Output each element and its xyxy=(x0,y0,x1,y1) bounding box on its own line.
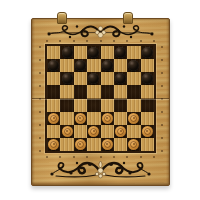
dark-square[interactable] xyxy=(60,125,73,138)
light-square[interactable] xyxy=(127,99,140,112)
dark-square[interactable] xyxy=(74,138,87,151)
dark-square[interactable] xyxy=(87,125,100,138)
frame-inlay-dot xyxy=(46,156,48,158)
dark-square[interactable] xyxy=(87,72,100,85)
dark-piece[interactable] xyxy=(48,60,59,71)
dark-square[interactable] xyxy=(87,46,100,59)
light-square[interactable] xyxy=(101,99,114,112)
dark-square[interactable] xyxy=(114,46,127,59)
dark-square[interactable] xyxy=(114,72,127,85)
light-square[interactable] xyxy=(74,125,87,138)
frame-inlay-dot xyxy=(39,72,41,74)
dark-piece[interactable] xyxy=(75,60,86,71)
light-piece[interactable] xyxy=(128,113,139,124)
frame-inlay-dot xyxy=(100,40,102,42)
dark-square[interactable] xyxy=(101,138,114,151)
dark-square[interactable] xyxy=(74,85,87,98)
light-square[interactable] xyxy=(47,99,60,112)
dark-piece[interactable] xyxy=(142,73,153,84)
light-piece[interactable] xyxy=(102,113,113,124)
dark-piece[interactable] xyxy=(102,60,113,71)
frame-inlay-dot xyxy=(161,124,163,126)
light-square[interactable] xyxy=(87,85,100,98)
dark-piece[interactable] xyxy=(115,47,126,58)
light-square[interactable] xyxy=(141,85,154,98)
light-square[interactable] xyxy=(47,46,60,59)
frame-inlay-dot xyxy=(161,46,163,48)
frame-inlay-dot xyxy=(39,85,41,87)
frame-inlay-dot xyxy=(161,59,163,61)
dark-square[interactable] xyxy=(114,99,127,112)
frame-inlay-dot xyxy=(39,111,41,113)
frame-inlay-dot xyxy=(153,156,155,158)
frame-inlay-dot xyxy=(161,150,163,152)
dark-square[interactable] xyxy=(60,99,73,112)
dark-piece[interactable] xyxy=(88,47,99,58)
light-piece[interactable] xyxy=(48,113,59,124)
frame-inlay-dot xyxy=(73,156,75,158)
dark-square[interactable] xyxy=(141,46,154,59)
light-piece[interactable] xyxy=(142,126,153,137)
light-square[interactable] xyxy=(114,138,127,151)
frame-inlay-dot xyxy=(39,59,41,61)
light-square[interactable] xyxy=(87,59,100,72)
light-square[interactable] xyxy=(74,46,87,59)
light-piece[interactable] xyxy=(102,139,113,150)
dark-square[interactable] xyxy=(127,85,140,98)
light-square[interactable] xyxy=(47,72,60,85)
frame-inlay-dot xyxy=(161,85,163,87)
frame-inlay-dot xyxy=(100,156,102,158)
dark-square[interactable] xyxy=(101,85,114,98)
wooden-game-box xyxy=(31,18,170,186)
dark-square[interactable] xyxy=(127,59,140,72)
light-piece[interactable] xyxy=(48,139,59,150)
carved-ornament-bottom xyxy=(49,157,152,182)
light-square[interactable] xyxy=(114,112,127,125)
dark-square[interactable] xyxy=(127,112,140,125)
dark-square[interactable] xyxy=(60,72,73,85)
light-square[interactable] xyxy=(127,125,140,138)
dark-square[interactable] xyxy=(47,59,60,72)
light-piece[interactable] xyxy=(75,139,86,150)
frame-inlay-dot xyxy=(73,40,75,42)
light-piece[interactable] xyxy=(88,126,99,137)
light-square[interactable] xyxy=(74,72,87,85)
dark-square[interactable] xyxy=(141,125,154,138)
frame-inlay-dot xyxy=(113,40,115,42)
light-square[interactable] xyxy=(127,72,140,85)
frame-inlay-dot xyxy=(113,156,115,158)
light-square[interactable] xyxy=(60,112,73,125)
dark-square[interactable] xyxy=(74,59,87,72)
dark-square[interactable] xyxy=(101,112,114,125)
product-photo-stage xyxy=(0,0,200,200)
dark-piece[interactable] xyxy=(128,60,139,71)
frame-inlay-dot xyxy=(46,40,48,42)
dark-square[interactable] xyxy=(47,138,60,151)
frame-inlay-dot xyxy=(39,137,41,139)
frame-inlay-dot xyxy=(140,156,142,158)
frame-inlay-dot xyxy=(86,156,88,158)
dark-square[interactable] xyxy=(114,125,127,138)
dark-square[interactable] xyxy=(141,72,154,85)
ornament-bottom-crest xyxy=(95,161,105,178)
light-piece[interactable] xyxy=(128,139,139,150)
light-square[interactable] xyxy=(101,72,114,85)
light-square[interactable] xyxy=(141,59,154,72)
light-square[interactable] xyxy=(60,85,73,98)
frame-inlay-dot xyxy=(161,72,163,74)
dark-square[interactable] xyxy=(87,99,100,112)
light-square[interactable] xyxy=(101,125,114,138)
light-square[interactable] xyxy=(114,85,127,98)
light-square[interactable] xyxy=(60,138,73,151)
dark-square[interactable] xyxy=(141,99,154,112)
light-square[interactable] xyxy=(127,46,140,59)
dark-square[interactable] xyxy=(47,85,60,98)
dark-square[interactable] xyxy=(101,59,114,72)
frame-inlay-dot xyxy=(39,46,41,48)
light-piece[interactable] xyxy=(62,126,73,137)
frame-inlay-dot xyxy=(140,40,142,42)
light-square[interactable] xyxy=(47,125,60,138)
light-square[interactable] xyxy=(60,59,73,72)
dark-square[interactable] xyxy=(127,138,140,151)
dark-piece[interactable] xyxy=(62,47,73,58)
light-square[interactable] xyxy=(101,46,114,59)
light-piece[interactable] xyxy=(115,126,126,137)
light-square[interactable] xyxy=(87,138,100,151)
light-piece[interactable] xyxy=(75,113,86,124)
frame-inlay-dot xyxy=(39,124,41,126)
dark-square[interactable] xyxy=(47,112,60,125)
light-square[interactable] xyxy=(74,99,87,112)
dark-piece[interactable] xyxy=(62,73,73,84)
dark-piece[interactable] xyxy=(115,73,126,84)
light-square[interactable] xyxy=(114,59,127,72)
dark-square[interactable] xyxy=(60,46,73,59)
dark-piece[interactable] xyxy=(88,73,99,84)
dark-piece[interactable] xyxy=(142,47,153,58)
light-square[interactable] xyxy=(87,112,100,125)
dark-square[interactable] xyxy=(74,112,87,125)
light-square[interactable] xyxy=(141,138,154,151)
light-square[interactable] xyxy=(141,112,154,125)
frame-inlay-dot xyxy=(39,150,41,152)
frame-inlay-dot xyxy=(161,137,163,139)
fold-seam xyxy=(32,98,169,100)
frame-inlay-dot xyxy=(161,111,163,113)
